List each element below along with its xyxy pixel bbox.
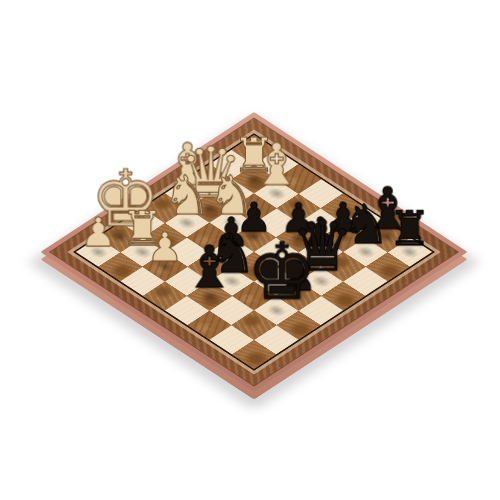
chess-board: ♜♝♝♛♞♞♚♟♟♟♝♟♜♟♟♞♜♟♞♛♟♝♚: [40, 112, 467, 392]
board-squares: ♜♝♝♛♞♞♚♟♟♟♝♟♜♟♟♞♜♟♞♛♟♝♚: [73, 133, 435, 371]
black-rook-glyph: ♜: [380, 204, 440, 252]
board-frame: ♜♝♝♛♞♞♚♟♟♟♝♟♜♟♟♞♜♟♞♛♟♝♚: [50, 118, 457, 385]
black-king-glyph: ♚: [246, 232, 306, 310]
black-bishop-glyph: ♝: [179, 238, 239, 296]
product-photo-stage: ♜♝♝♛♞♞♚♟♟♟♝♟♜♟♟♞♜♟♞♛♟♝♚: [0, 0, 500, 500]
